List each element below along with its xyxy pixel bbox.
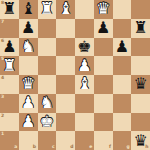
- square-a2[interactable]: 2: [0, 113, 19, 132]
- square-g8[interactable]: [113, 0, 132, 19]
- square-f7[interactable]: ♟: [94, 19, 113, 38]
- piece-white-rook-icon[interactable]: ♜: [2, 57, 16, 73]
- square-h3[interactable]: [131, 94, 150, 113]
- piece-white-knight-icon[interactable]: ♞: [40, 95, 54, 111]
- rank-label-2: 2: [1, 114, 4, 119]
- rank-label-7: 7: [1, 20, 4, 25]
- piece-black-rook-icon[interactable]: ♜: [133, 20, 147, 36]
- square-f5[interactable]: [94, 56, 113, 75]
- square-c6[interactable]: [38, 38, 57, 57]
- piece-black-queen-icon[interactable]: ♛: [133, 132, 147, 148]
- square-b2[interactable]: ♟: [19, 113, 38, 132]
- piece-black-king-icon[interactable]: ♚: [77, 38, 91, 54]
- square-d4[interactable]: [56, 75, 75, 94]
- square-e7[interactable]: [75, 19, 94, 38]
- piece-white-queen-icon[interactable]: ♛: [21, 76, 35, 92]
- piece-white-bishop-icon[interactable]: ♝: [77, 76, 91, 92]
- square-f2[interactable]: [94, 113, 113, 132]
- file-label-g: g: [127, 145, 130, 150]
- square-f1[interactable]: f: [94, 131, 113, 150]
- square-a7[interactable]: 7: [0, 19, 19, 38]
- chessboard-stage: 8♜♝♜♝♛7♟♟♜6♟♞♚♟5♜♟4♛♝♛3♟♞2♟♚1abcdefgh♛: [0, 0, 150, 150]
- square-a6[interactable]: 6♟: [0, 38, 19, 57]
- square-c7[interactable]: [38, 19, 57, 38]
- square-c4[interactable]: [38, 75, 57, 94]
- square-f3[interactable]: [94, 94, 113, 113]
- square-c2[interactable]: ♚: [38, 113, 57, 132]
- square-d7[interactable]: [56, 19, 75, 38]
- file-label-d: d: [70, 145, 73, 150]
- piece-white-king-icon[interactable]: ♚: [40, 113, 54, 129]
- square-b3[interactable]: ♟: [19, 94, 38, 113]
- file-label-f: f: [109, 145, 111, 150]
- piece-white-pawn-icon[interactable]: ♟: [21, 95, 35, 111]
- square-d1[interactable]: d: [56, 131, 75, 150]
- square-c5[interactable]: [38, 56, 57, 75]
- square-e2[interactable]: [75, 113, 94, 132]
- square-h6[interactable]: [131, 38, 150, 57]
- square-f8[interactable]: ♛: [94, 0, 113, 19]
- square-g1[interactable]: g: [113, 131, 132, 150]
- square-g4[interactable]: [113, 75, 132, 94]
- square-e8[interactable]: [75, 0, 94, 19]
- piece-black-pawn-icon[interactable]: ♟: [115, 38, 129, 54]
- square-g7[interactable]: [113, 19, 132, 38]
- square-e1[interactable]: e: [75, 131, 94, 150]
- square-b6[interactable]: ♞: [19, 38, 38, 57]
- piece-black-queen-icon[interactable]: ♛: [133, 76, 147, 92]
- square-d8[interactable]: ♝: [56, 0, 75, 19]
- file-label-b: b: [33, 145, 36, 150]
- square-g6[interactable]: ♟: [113, 38, 132, 57]
- square-a3[interactable]: 3: [0, 94, 19, 113]
- square-b8[interactable]: ♝: [19, 0, 38, 19]
- piece-white-knight-icon[interactable]: ♞: [21, 38, 35, 54]
- piece-black-pawn-icon[interactable]: ♟: [21, 20, 35, 36]
- square-g3[interactable]: [113, 94, 132, 113]
- square-a1[interactable]: 1a: [0, 131, 19, 150]
- square-b7[interactable]: ♟: [19, 19, 38, 38]
- square-g5[interactable]: [113, 56, 132, 75]
- square-a4[interactable]: 4: [0, 75, 19, 94]
- file-label-c: c: [52, 145, 55, 150]
- square-h7[interactable]: ♜: [131, 19, 150, 38]
- rank-label-4: 4: [1, 76, 4, 81]
- piece-white-pawn-icon[interactable]: ♟: [77, 57, 91, 73]
- square-h1[interactable]: h♛: [131, 131, 150, 150]
- square-c8[interactable]: ♜: [38, 0, 57, 19]
- square-e5[interactable]: ♟: [75, 56, 94, 75]
- square-e3[interactable]: [75, 94, 94, 113]
- square-d5[interactable]: [56, 56, 75, 75]
- square-h4[interactable]: ♛: [131, 75, 150, 94]
- square-h2[interactable]: [131, 113, 150, 132]
- square-b4[interactable]: ♛: [19, 75, 38, 94]
- square-b1[interactable]: b: [19, 131, 38, 150]
- square-f4[interactable]: [94, 75, 113, 94]
- square-e4[interactable]: ♝: [75, 75, 94, 94]
- file-label-e: e: [89, 145, 92, 150]
- square-b5[interactable]: [19, 56, 38, 75]
- piece-white-bishop-icon[interactable]: ♝: [58, 1, 72, 17]
- piece-black-rook-icon[interactable]: ♜: [2, 1, 16, 17]
- square-g2[interactable]: [113, 113, 132, 132]
- piece-white-rook-icon[interactable]: ♜: [40, 1, 54, 17]
- square-d3[interactable]: [56, 94, 75, 113]
- square-f6[interactable]: [94, 38, 113, 57]
- square-d6[interactable]: [56, 38, 75, 57]
- square-d2[interactable]: [56, 113, 75, 132]
- rank-label-3: 3: [1, 95, 4, 100]
- chess-board: 8♜♝♜♝♛7♟♟♜6♟♞♚♟5♜♟4♛♝♛3♟♞2♟♚1abcdefgh♛: [0, 0, 150, 150]
- square-a5[interactable]: 5♜: [0, 56, 19, 75]
- piece-white-queen-icon[interactable]: ♛: [96, 1, 110, 17]
- square-h5[interactable]: [131, 56, 150, 75]
- file-label-a: a: [14, 145, 17, 150]
- square-c3[interactable]: ♞: [38, 94, 57, 113]
- piece-black-bishop-icon[interactable]: ♝: [21, 1, 35, 17]
- rank-label-1: 1: [1, 132, 4, 137]
- square-c1[interactable]: c: [38, 131, 57, 150]
- piece-black-pawn-icon[interactable]: ♟: [2, 38, 16, 54]
- square-h8[interactable]: [131, 0, 150, 19]
- piece-white-pawn-icon[interactable]: ♟: [21, 113, 35, 129]
- piece-black-pawn-icon[interactable]: ♟: [96, 20, 110, 36]
- square-e6[interactable]: ♚: [75, 38, 94, 57]
- square-a8[interactable]: 8♜: [0, 0, 19, 19]
